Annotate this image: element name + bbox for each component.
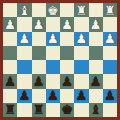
square-d6[interactable]: ♟ [46, 32, 60, 46]
square-e8[interactable] [60, 3, 74, 17]
white-pawn[interactable]: ♟ [33, 17, 45, 30]
square-b4[interactable] [17, 60, 31, 74]
square-a5[interactable] [3, 46, 17, 60]
white-pawn[interactable]: ♟ [4, 17, 16, 30]
square-b2[interactable]: ♟ [17, 89, 31, 103]
black-pawn[interactable]: ♟ [19, 89, 31, 102]
white-pawn[interactable]: ♟ [61, 17, 73, 30]
square-f7[interactable] [74, 17, 88, 31]
black-rook[interactable]: ♜ [33, 103, 45, 116]
square-g4[interactable] [89, 60, 103, 74]
square-b8[interactable]: ♝ [17, 3, 31, 17]
white-pawn[interactable]: ♟ [76, 32, 88, 45]
square-d8[interactable]: ♚ [46, 3, 60, 17]
chess-board: ♝♚♜♜♟♟♟♟♟♟♟♟♟♟♟♟♟♟♟♟♜♜♚♝ [0, 0, 120, 120]
white-king[interactable]: ♚ [47, 3, 59, 16]
square-f5[interactable] [74, 46, 88, 60]
square-f6[interactable]: ♟ [74, 32, 88, 46]
white-bishop[interactable]: ♝ [19, 3, 31, 16]
black-pawn[interactable]: ♟ [90, 74, 102, 87]
white-pawn[interactable]: ♟ [90, 17, 102, 30]
square-c7[interactable]: ♟ [32, 17, 46, 31]
white-pawn[interactable]: ♟ [19, 32, 31, 45]
square-g3[interactable]: ♟ [89, 74, 103, 88]
square-g5[interactable] [89, 46, 103, 60]
square-a1[interactable]: ♜ [3, 103, 17, 117]
square-c4[interactable] [32, 60, 46, 74]
square-b1[interactable] [17, 103, 31, 117]
square-g6[interactable] [89, 32, 103, 46]
white-rook[interactable]: ♜ [104, 3, 116, 16]
square-g8[interactable] [89, 3, 103, 17]
square-b6[interactable]: ♟ [17, 32, 31, 46]
square-b5[interactable] [17, 46, 31, 60]
square-c3[interactable]: ♟ [32, 74, 46, 88]
square-e2[interactable] [60, 89, 74, 103]
square-h4[interactable] [103, 60, 117, 74]
square-d7[interactable] [46, 17, 60, 31]
black-pawn[interactable]: ♟ [4, 74, 16, 87]
square-a2[interactable] [3, 89, 17, 103]
square-h7[interactable] [103, 17, 117, 31]
square-b3[interactable] [17, 74, 31, 88]
square-h6[interactable]: ♟ [103, 32, 117, 46]
black-pawn[interactable]: ♟ [33, 74, 45, 87]
square-f3[interactable] [74, 74, 88, 88]
square-d2[interactable]: ♟ [46, 89, 60, 103]
white-rook[interactable]: ♜ [76, 3, 88, 16]
square-e7[interactable]: ♟ [60, 17, 74, 31]
square-a3[interactable]: ♟ [3, 74, 17, 88]
square-e6[interactable] [60, 32, 74, 46]
black-king[interactable]: ♚ [61, 103, 73, 116]
square-a4[interactable] [3, 60, 17, 74]
black-pawn[interactable]: ♟ [104, 89, 116, 102]
square-h3[interactable] [103, 74, 117, 88]
square-h2[interactable]: ♟ [103, 89, 117, 103]
white-pawn[interactable]: ♟ [104, 32, 116, 45]
square-h5[interactable] [103, 46, 117, 60]
black-bishop[interactable]: ♝ [90, 103, 102, 116]
square-e3[interactable]: ♟ [60, 74, 74, 88]
square-e5[interactable] [60, 46, 74, 60]
square-g1[interactable]: ♝ [89, 103, 103, 117]
square-d1[interactable] [46, 103, 60, 117]
square-g2[interactable] [89, 89, 103, 103]
square-e1[interactable]: ♚ [60, 103, 74, 117]
white-pawn[interactable]: ♟ [47, 32, 59, 45]
black-rook[interactable]: ♜ [4, 103, 16, 116]
square-c6[interactable] [32, 32, 46, 46]
square-f2[interactable]: ♟ [74, 89, 88, 103]
black-pawn[interactable]: ♟ [76, 89, 88, 102]
black-pawn[interactable]: ♟ [61, 74, 73, 87]
square-d5[interactable] [46, 46, 60, 60]
square-f8[interactable]: ♜ [74, 3, 88, 17]
square-d4[interactable] [46, 60, 60, 74]
square-a6[interactable] [3, 32, 17, 46]
square-b7[interactable] [17, 17, 31, 31]
square-c1[interactable]: ♜ [32, 103, 46, 117]
square-f4[interactable] [74, 60, 88, 74]
square-g7[interactable]: ♟ [89, 17, 103, 31]
black-pawn[interactable]: ♟ [47, 89, 59, 102]
square-h8[interactable]: ♜ [103, 3, 117, 17]
square-c5[interactable] [32, 46, 46, 60]
square-a8[interactable] [3, 3, 17, 17]
square-h1[interactable] [103, 103, 117, 117]
square-c8[interactable] [32, 3, 46, 17]
square-e4[interactable] [60, 60, 74, 74]
square-d3[interactable] [46, 74, 60, 88]
square-a7[interactable]: ♟ [3, 17, 17, 31]
square-f1[interactable] [74, 103, 88, 117]
square-c2[interactable] [32, 89, 46, 103]
